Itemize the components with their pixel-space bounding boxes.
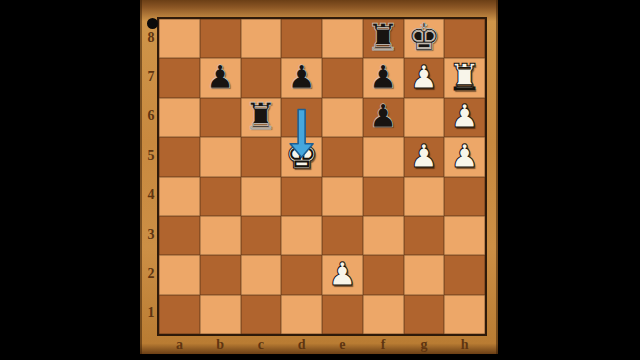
- square-g7[interactable]: ♟: [404, 58, 445, 97]
- square-b3[interactable]: [200, 216, 241, 255]
- square-e8[interactable]: [322, 19, 363, 58]
- square-e6[interactable]: [322, 98, 363, 137]
- square-a4[interactable]: [159, 177, 200, 216]
- square-d8[interactable]: [281, 19, 322, 58]
- square-d4[interactable]: [281, 177, 322, 216]
- square-h2[interactable]: [444, 255, 485, 294]
- square-f3[interactable]: [363, 216, 404, 255]
- square-d6[interactable]: [281, 98, 322, 137]
- file-label-b: b: [212, 337, 228, 353]
- square-b8[interactable]: [200, 19, 241, 58]
- file-label-h: h: [457, 337, 473, 353]
- square-h7[interactable]: ♜: [444, 58, 485, 97]
- rank-label-2: 2: [143, 266, 159, 282]
- rank-label-8: 8: [143, 30, 159, 46]
- rank-label-4: 4: [143, 187, 159, 203]
- chess-board: ♜♚♟♟♟♟♜♜♟♟♚♟♟♟: [157, 17, 487, 336]
- square-g1[interactable]: [404, 295, 445, 334]
- square-d3[interactable]: [281, 216, 322, 255]
- piece-white-rook[interactable]: ♜: [448, 59, 481, 96]
- square-f8[interactable]: ♜: [363, 19, 404, 58]
- square-b4[interactable]: [200, 177, 241, 216]
- square-a2[interactable]: [159, 255, 200, 294]
- square-c3[interactable]: [241, 216, 282, 255]
- square-c7[interactable]: [241, 58, 282, 97]
- square-a7[interactable]: [159, 58, 200, 97]
- rank-label-7: 7: [143, 69, 159, 85]
- square-b2[interactable]: [200, 255, 241, 294]
- square-d5[interactable]: ♚: [281, 137, 322, 176]
- square-a6[interactable]: [159, 98, 200, 137]
- square-g6[interactable]: [404, 98, 445, 137]
- square-h4[interactable]: [444, 177, 485, 216]
- piece-white-pawn[interactable]: ♟: [450, 100, 479, 132]
- square-c4[interactable]: [241, 177, 282, 216]
- file-label-f: f: [375, 337, 391, 353]
- square-f5[interactable]: [363, 137, 404, 176]
- square-d7[interactable]: ♟: [281, 58, 322, 97]
- square-c5[interactable]: [241, 137, 282, 176]
- square-g2[interactable]: [404, 255, 445, 294]
- square-d1[interactable]: [281, 295, 322, 334]
- piece-white-king[interactable]: ♚: [285, 137, 318, 174]
- square-g8[interactable]: ♚: [404, 19, 445, 58]
- piece-black-pawn[interactable]: ♟: [287, 61, 316, 93]
- piece-white-pawn[interactable]: ♟: [450, 140, 479, 172]
- square-c6[interactable]: ♜: [241, 98, 282, 137]
- square-h1[interactable]: [444, 295, 485, 334]
- square-d2[interactable]: [281, 255, 322, 294]
- square-f4[interactable]: [363, 177, 404, 216]
- piece-black-pawn[interactable]: ♟: [206, 61, 235, 93]
- file-label-c: c: [253, 337, 269, 353]
- piece-black-rook[interactable]: ♜: [244, 98, 277, 135]
- square-g4[interactable]: [404, 177, 445, 216]
- square-h3[interactable]: [444, 216, 485, 255]
- piece-white-pawn[interactable]: ♟: [410, 140, 439, 172]
- piece-black-rook[interactable]: ♜: [367, 19, 400, 56]
- black-to-move-indicator: [147, 18, 158, 29]
- square-e4[interactable]: [322, 177, 363, 216]
- file-label-a: a: [171, 337, 187, 353]
- square-a8[interactable]: [159, 19, 200, 58]
- piece-black-king[interactable]: ♚: [407, 19, 440, 56]
- square-c1[interactable]: [241, 295, 282, 334]
- square-g3[interactable]: [404, 216, 445, 255]
- square-h8[interactable]: [444, 19, 485, 58]
- square-e2[interactable]: ♟: [322, 255, 363, 294]
- square-e3[interactable]: [322, 216, 363, 255]
- square-c2[interactable]: [241, 255, 282, 294]
- square-g5[interactable]: ♟: [404, 137, 445, 176]
- square-b6[interactable]: [200, 98, 241, 137]
- square-b7[interactable]: ♟: [200, 58, 241, 97]
- piece-white-pawn[interactable]: ♟: [410, 61, 439, 93]
- square-e5[interactable]: [322, 137, 363, 176]
- square-h5[interactable]: ♟: [444, 137, 485, 176]
- rank-label-5: 5: [143, 148, 159, 164]
- square-f6[interactable]: ♟: [363, 98, 404, 137]
- square-f7[interactable]: ♟: [363, 58, 404, 97]
- file-label-g: g: [416, 337, 432, 353]
- piece-black-pawn[interactable]: ♟: [369, 61, 398, 93]
- piece-white-pawn[interactable]: ♟: [328, 258, 357, 290]
- square-h6[interactable]: ♟: [444, 98, 485, 137]
- square-f1[interactable]: [363, 295, 404, 334]
- square-b5[interactable]: [200, 137, 241, 176]
- rank-label-3: 3: [143, 227, 159, 243]
- square-a3[interactable]: [159, 216, 200, 255]
- square-b1[interactable]: [200, 295, 241, 334]
- piece-black-pawn[interactable]: ♟: [369, 100, 398, 132]
- square-a1[interactable]: [159, 295, 200, 334]
- rank-label-6: 6: [143, 108, 159, 124]
- square-e7[interactable]: [322, 58, 363, 97]
- square-f2[interactable]: [363, 255, 404, 294]
- rank-label-1: 1: [143, 305, 159, 321]
- file-label-e: e: [334, 337, 350, 353]
- file-label-d: d: [294, 337, 310, 353]
- square-a5[interactable]: [159, 137, 200, 176]
- square-e1[interactable]: [322, 295, 363, 334]
- square-c8[interactable]: [241, 19, 282, 58]
